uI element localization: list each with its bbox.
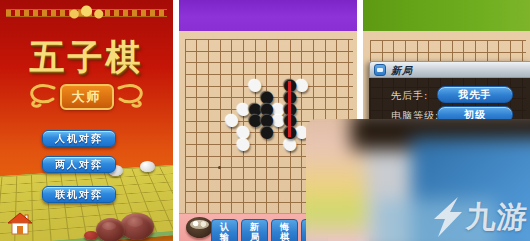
right-scroll-ornament (117, 82, 147, 108)
menu-button-two-player[interactable]: 两人对弈 (42, 156, 116, 173)
black-stone: ● (260, 126, 273, 139)
dialog-title: 新局 (391, 64, 413, 78)
go-stone-bowl (120, 213, 154, 240)
win-line (288, 81, 291, 138)
resign-button[interactable]: 认输 (211, 219, 238, 241)
app-title: 五子棋 (0, 34, 173, 81)
panel-main-menu: 五子棋 大师 人机对弈 两人对弈 联机对弈 (0, 0, 173, 241)
menu-button-online[interactable]: 联机对弈 (42, 186, 116, 203)
white-stone: ● (237, 138, 250, 151)
9game-text: 九游 (465, 197, 530, 238)
undo-button[interactable]: 悔棋 (271, 219, 298, 241)
new-game-icon (374, 64, 386, 76)
red-go-stone (84, 231, 98, 240)
middle-header-bar (179, 0, 357, 31)
gold-crown-ornament (63, 5, 110, 20)
bowl-lid (127, 217, 143, 227)
new-game-button[interactable]: 新局 (241, 219, 268, 241)
stone-bowl-icon (186, 217, 213, 238)
menu-button-vs-ai[interactable]: 人机对弈 (42, 130, 116, 147)
home-icon[interactable] (7, 212, 33, 236)
9game-watermark: 九游 (428, 196, 528, 238)
right-header-bar (363, 0, 530, 31)
master-badge: 大师 (60, 84, 114, 110)
screenshot-stage: 五子棋 大师 人机对弈 两人对弈 联机对弈 ●● (0, 0, 530, 241)
dialog-titlebar[interactable]: 新局 (369, 61, 530, 78)
go-stone-bowl (96, 218, 125, 241)
decorative-white-stone (140, 161, 155, 172)
blurred-overlay-region: 九游 (306, 119, 530, 241)
bowl-lid (102, 222, 116, 230)
lightning-G-icon (428, 197, 466, 237)
first-move-button[interactable]: 我先手 (437, 86, 513, 103)
